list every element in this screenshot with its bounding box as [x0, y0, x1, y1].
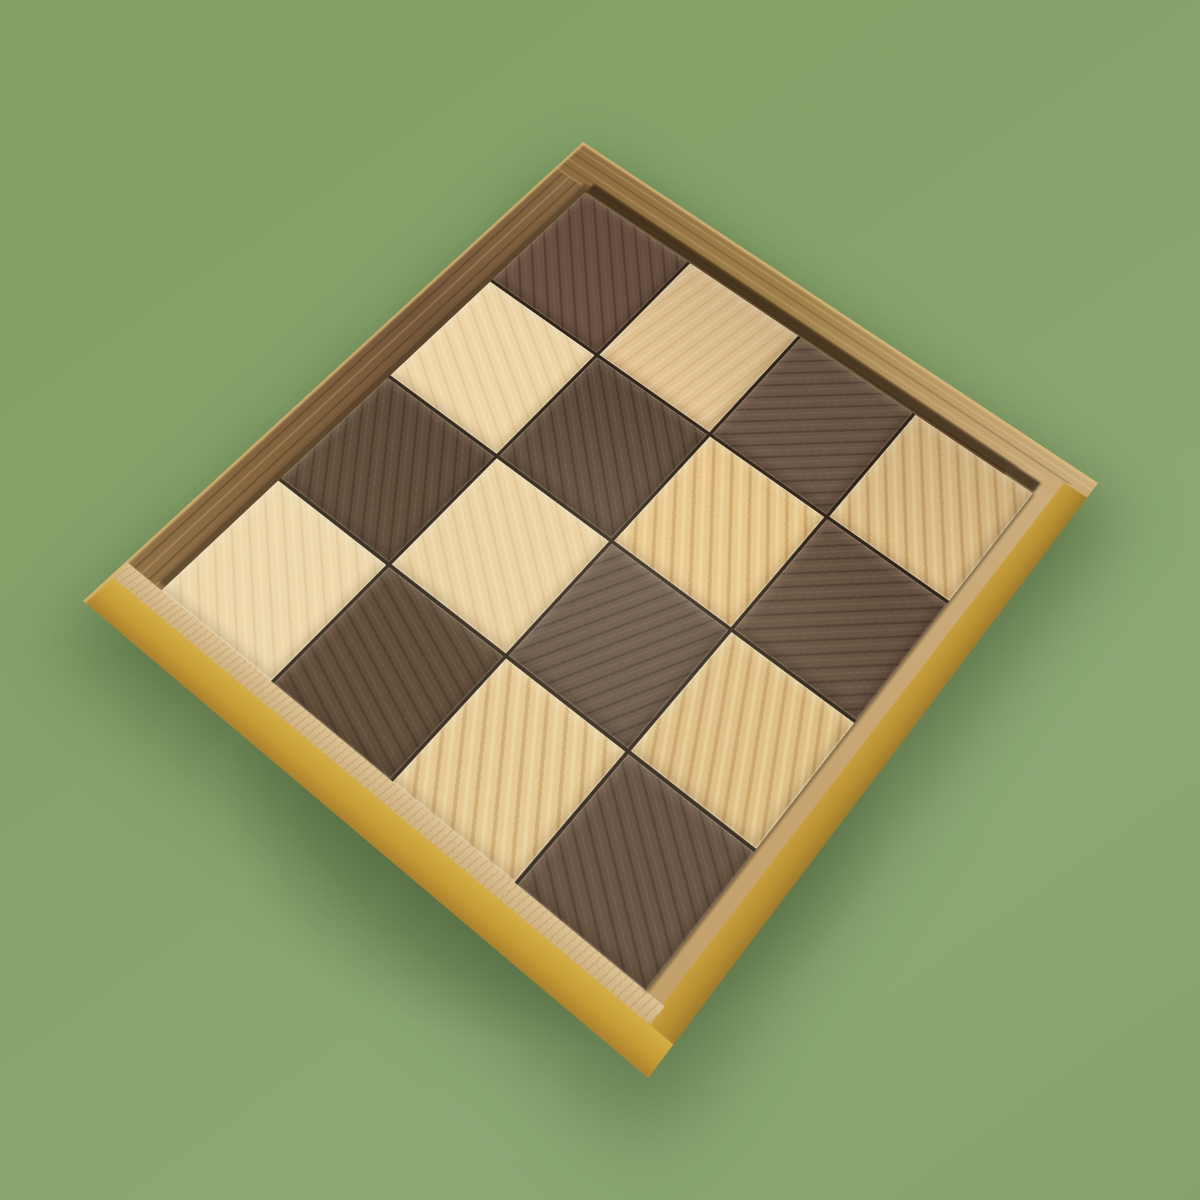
- puzzle-box: [83, 142, 1098, 1078]
- photo-canvas: [0, 0, 1200, 1200]
- cube-grid: [161, 193, 1032, 991]
